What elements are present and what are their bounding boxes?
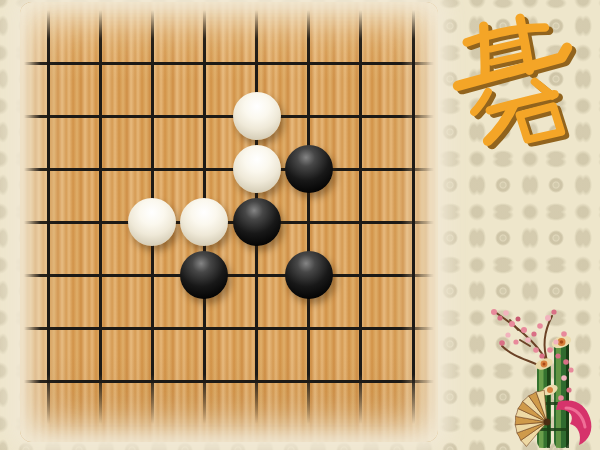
board-grid	[22, 37, 439, 408]
intersection[interactable]	[74, 143, 126, 196]
intersection[interactable]	[283, 249, 335, 302]
intersection[interactable]	[387, 37, 439, 90]
intersection[interactable]	[22, 355, 74, 408]
intersection[interactable]	[387, 196, 439, 249]
intersection[interactable]	[74, 249, 126, 302]
intersection[interactable]	[126, 90, 178, 143]
intersection[interactable]	[335, 37, 387, 90]
intersection[interactable]	[230, 90, 282, 143]
white-stone	[180, 198, 228, 246]
intersection[interactable]	[387, 355, 439, 408]
intersection[interactable]	[22, 302, 74, 355]
black-stone	[180, 251, 228, 299]
intersection[interactable]	[126, 355, 178, 408]
intersection[interactable]	[335, 355, 387, 408]
intersection[interactable]	[74, 37, 126, 90]
white-stone	[128, 198, 176, 246]
intersection[interactable]	[335, 302, 387, 355]
intersection[interactable]	[74, 355, 126, 408]
intersection[interactable]	[126, 249, 178, 302]
intersection[interactable]	[230, 302, 282, 355]
intersection[interactable]	[387, 143, 439, 196]
intersection[interactable]	[230, 143, 282, 196]
black-stone	[285, 251, 333, 299]
intersection[interactable]	[178, 249, 230, 302]
intersection[interactable]	[178, 355, 230, 408]
intersection[interactable]	[74, 90, 126, 143]
go-character-calligraphy	[443, 7, 588, 154]
white-stone	[233, 92, 281, 140]
black-stone	[233, 198, 281, 246]
intersection[interactable]	[22, 90, 74, 143]
intersection[interactable]	[126, 302, 178, 355]
intersection[interactable]	[230, 196, 282, 249]
intersection[interactable]	[335, 196, 387, 249]
intersection[interactable]	[283, 143, 335, 196]
intersection[interactable]	[74, 196, 126, 249]
intersection[interactable]	[335, 90, 387, 143]
intersection[interactable]	[126, 196, 178, 249]
intersection[interactable]	[283, 37, 335, 90]
black-stone	[285, 145, 333, 193]
intersection[interactable]	[230, 355, 282, 408]
intersection[interactable]	[335, 249, 387, 302]
ikebana-decoration	[478, 298, 596, 448]
intersection[interactable]	[178, 196, 230, 249]
intersection[interactable]	[126, 37, 178, 90]
intersection[interactable]	[387, 90, 439, 143]
intersection[interactable]	[178, 37, 230, 90]
intersection[interactable]	[178, 90, 230, 143]
intersection[interactable]	[283, 90, 335, 143]
intersection[interactable]	[74, 302, 126, 355]
intersection[interactable]	[126, 143, 178, 196]
intersection[interactable]	[22, 196, 74, 249]
intersection[interactable]	[230, 249, 282, 302]
intersection[interactable]	[22, 249, 74, 302]
intersection[interactable]	[22, 143, 74, 196]
intersection[interactable]	[178, 302, 230, 355]
intersection[interactable]	[387, 249, 439, 302]
intersection[interactable]	[283, 196, 335, 249]
intersection[interactable]	[230, 37, 282, 90]
intersection[interactable]	[387, 302, 439, 355]
white-stone	[233, 145, 281, 193]
intersection[interactable]	[283, 355, 335, 408]
intersection[interactable]	[283, 302, 335, 355]
intersection[interactable]	[22, 37, 74, 90]
intersection[interactable]	[178, 143, 230, 196]
intersection[interactable]	[335, 143, 387, 196]
